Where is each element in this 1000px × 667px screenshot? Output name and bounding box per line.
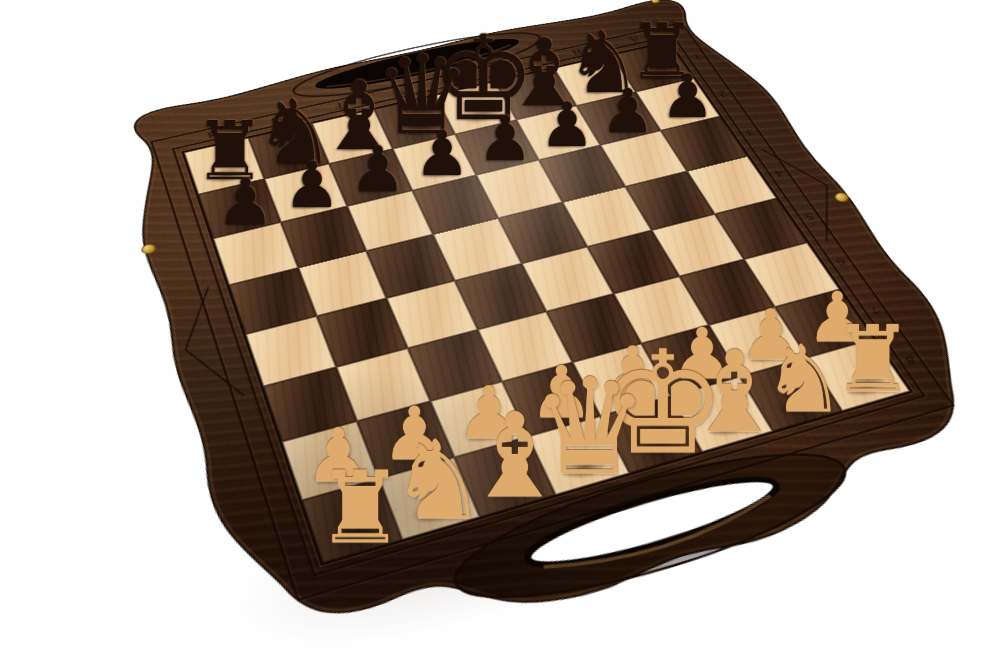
photo-canvas: HGFEDCBA12345678 ♜♞♝♛♚♝♞♜♟♟♟♟♟♟	[0, 0, 1000, 667]
chess-board: HGFEDCBA12345678	[91, 0, 1000, 667]
